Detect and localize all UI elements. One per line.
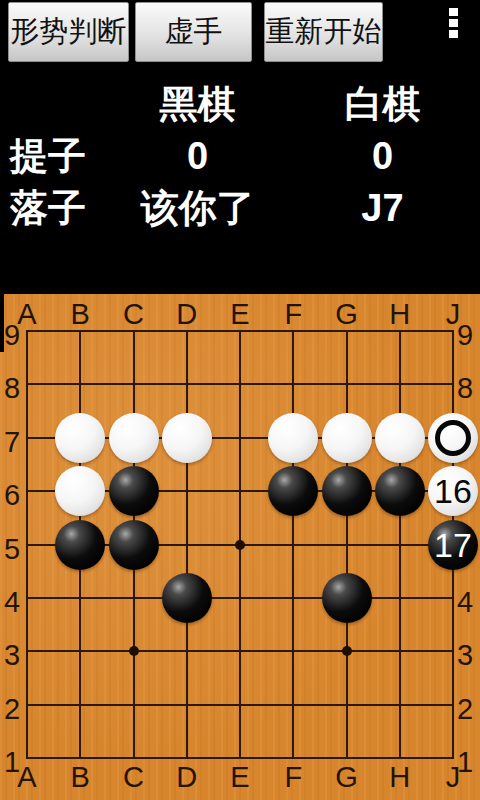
stone-G4 bbox=[322, 573, 372, 623]
score-panel: 黑棋 白棋 提子 0 0 落子 该你了 J7 bbox=[0, 62, 480, 294]
stone-C6 bbox=[109, 466, 159, 516]
stone-G6 bbox=[322, 466, 372, 516]
coord-label-bottom: H bbox=[389, 763, 410, 792]
coord-label-left: 1 bbox=[4, 748, 20, 777]
star-point bbox=[342, 646, 352, 656]
stone-D7 bbox=[162, 413, 212, 463]
coord-label-left: 4 bbox=[4, 587, 20, 616]
coord-label-top: F bbox=[284, 300, 302, 329]
last-move-row-label: 落子 bbox=[0, 182, 110, 234]
coord-label-top: B bbox=[71, 300, 90, 329]
stone-H6 bbox=[375, 466, 425, 516]
coord-label-right: 3 bbox=[457, 641, 473, 670]
black-column-header: 黑棋 bbox=[110, 78, 285, 130]
stone-J7 bbox=[428, 413, 478, 463]
grid-line-vertical bbox=[292, 330, 294, 759]
restart-button[interactable]: 重新开始 bbox=[264, 2, 383, 62]
pass-button[interactable]: 虚手 bbox=[135, 2, 252, 62]
grid-line-vertical bbox=[346, 330, 348, 759]
coord-label-left: 2 bbox=[4, 694, 20, 723]
coord-label-top: G bbox=[335, 300, 358, 329]
overflow-menu-icon[interactable] bbox=[449, 8, 459, 38]
coord-label-right: 4 bbox=[457, 587, 473, 616]
coord-label-right: 8 bbox=[457, 374, 473, 403]
stone-F7 bbox=[268, 413, 318, 463]
stone-C7 bbox=[109, 413, 159, 463]
coord-label-bottom: B bbox=[71, 763, 90, 792]
coord-label-right: 9 bbox=[457, 321, 473, 350]
stone-C5 bbox=[109, 520, 159, 570]
stone-G7 bbox=[322, 413, 372, 463]
grid-line-vertical bbox=[399, 330, 401, 759]
coord-label-left: 3 bbox=[4, 641, 20, 670]
coord-label-bottom: A bbox=[17, 763, 36, 792]
coord-label-top: H bbox=[389, 300, 410, 329]
coord-label-bottom: E bbox=[230, 763, 249, 792]
stone-H7 bbox=[375, 413, 425, 463]
coord-label-left: 8 bbox=[4, 374, 20, 403]
app-screen: 形势判断 虚手 重新开始 黑棋 白棋 提子 0 0 落子 该你了 J7 AABB… bbox=[0, 0, 480, 800]
grid-line-horizontal bbox=[26, 650, 454, 652]
coord-label-right: 2 bbox=[457, 694, 473, 723]
coord-label-top: A bbox=[17, 300, 36, 329]
toolbar: 形势判断 虚手 重新开始 bbox=[0, 0, 480, 62]
last-move-black-value: 该你了 bbox=[110, 182, 285, 234]
captures-row-label: 提子 bbox=[0, 130, 110, 182]
move-number-label: 17 bbox=[434, 528, 472, 562]
score-table: 黑棋 白棋 提子 0 0 落子 该你了 J7 bbox=[0, 78, 480, 234]
menu-dot bbox=[449, 30, 458, 38]
stone-J6: 16 bbox=[428, 466, 478, 516]
stone-B5 bbox=[55, 520, 105, 570]
coord-label-top: C bbox=[123, 300, 144, 329]
situation-judge-button[interactable]: 形势判断 bbox=[8, 2, 129, 62]
grid-line-horizontal bbox=[26, 597, 454, 599]
last-move-circle-marker bbox=[435, 420, 471, 456]
white-column-header: 白棋 bbox=[285, 78, 480, 130]
grid-line-horizontal bbox=[26, 704, 454, 706]
coord-label-top: E bbox=[230, 300, 249, 329]
coord-label-bottom: C bbox=[123, 763, 144, 792]
menu-dot bbox=[449, 19, 458, 27]
stone-F6 bbox=[268, 466, 318, 516]
move-number-label: 16 bbox=[434, 474, 472, 508]
stone-B6 bbox=[55, 466, 105, 516]
star-point bbox=[129, 646, 139, 656]
coord-label-bottom: D bbox=[176, 763, 197, 792]
coord-label-right: 1 bbox=[457, 748, 473, 777]
go-board[interactable]: AABBCCDDEEFFGGHHJJ9988776655443322111617 bbox=[0, 294, 480, 800]
stone-D4 bbox=[162, 573, 212, 623]
grid-line-horizontal bbox=[26, 757, 454, 759]
coord-label-bottom: F bbox=[284, 763, 302, 792]
coord-label-left: 7 bbox=[4, 427, 20, 456]
coord-label-bottom: G bbox=[335, 763, 358, 792]
stone-J5: 17 bbox=[428, 520, 478, 570]
coord-label-left: 9 bbox=[4, 321, 20, 350]
captures-white-value: 0 bbox=[285, 130, 480, 182]
coord-label-left: 5 bbox=[4, 534, 20, 563]
last-move-white-value: J7 bbox=[285, 182, 480, 234]
coord-label-left: 6 bbox=[4, 481, 20, 510]
stone-B7 bbox=[55, 413, 105, 463]
captures-black-value: 0 bbox=[110, 130, 285, 182]
menu-dot bbox=[449, 8, 458, 16]
star-point bbox=[235, 540, 245, 550]
coord-label-top: D bbox=[176, 300, 197, 329]
score-corner-cell bbox=[0, 78, 110, 130]
